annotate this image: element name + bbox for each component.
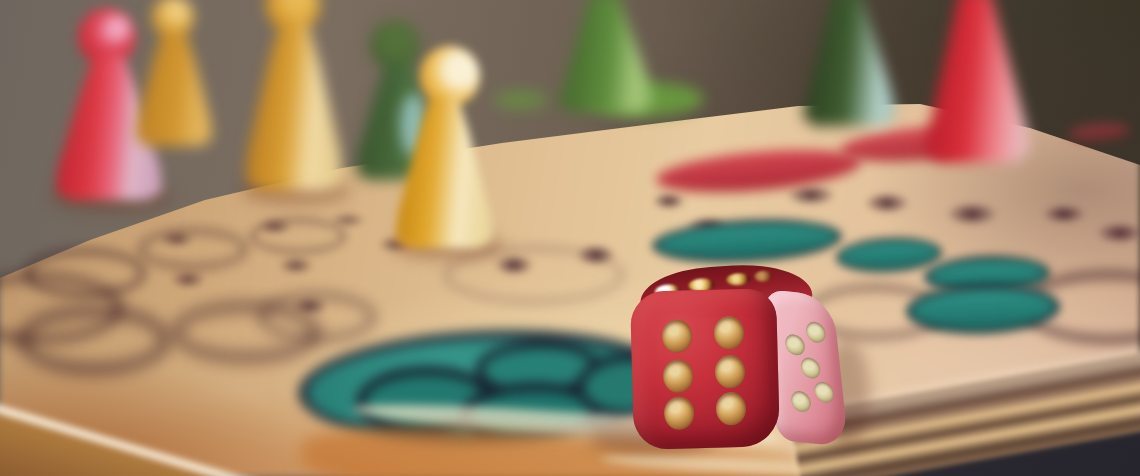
die-pip — [784, 333, 806, 356]
board-space-blob — [278, 256, 314, 275]
die-pip — [800, 357, 822, 380]
pawn-body — [396, 96, 492, 248]
pawn-yellow-back-left[interactable] — [136, 0, 212, 146]
board-space-blob — [160, 230, 194, 248]
die-pip — [664, 396, 695, 430]
board-space-ring — [18, 306, 170, 374]
pawn-body — [558, 0, 654, 112]
pawn-yellow-mid[interactable] — [246, 0, 342, 190]
die-pip — [715, 355, 746, 389]
photo-scene — [0, 0, 1140, 476]
die-pip-glint — [754, 270, 773, 282]
pawn-yellow-front[interactable] — [396, 46, 492, 248]
pawn-body — [924, 0, 1030, 162]
board-space-ring — [138, 228, 248, 270]
board-space-blob — [864, 192, 910, 214]
board-space-blob — [786, 184, 836, 206]
board-space-blob — [1096, 222, 1140, 244]
pawn-green-right[interactable] — [802, 0, 896, 126]
pawn-red-right[interactable] — [924, 0, 1030, 162]
board-space-blob — [494, 254, 534, 276]
pawn-green-center[interactable] — [558, 0, 654, 112]
die-pip — [805, 321, 827, 344]
board-space-blob — [1042, 204, 1086, 224]
board-space-blob — [576, 244, 616, 266]
board-space-blob — [946, 202, 998, 226]
die-pip — [716, 392, 747, 426]
pawn-highlight — [106, 16, 130, 40]
board-space-blob — [258, 218, 292, 235]
die-pip-glint — [726, 273, 751, 286]
green-start-patch — [494, 90, 548, 110]
pawn-body — [246, 22, 342, 190]
die-pip — [662, 319, 693, 353]
die-pip — [714, 316, 745, 350]
pawn-body — [136, 30, 212, 146]
die-pip — [813, 381, 835, 404]
board-space-ring — [24, 248, 146, 298]
board-space-blob — [170, 270, 206, 289]
die-front-face — [630, 288, 780, 450]
board-space-blob — [330, 212, 366, 228]
die-pip — [663, 359, 694, 393]
die-pip — [790, 390, 812, 413]
die[interactable] — [622, 258, 850, 458]
board-space-blob — [292, 296, 328, 316]
pawn-body — [802, 0, 896, 126]
board-space-blob — [652, 192, 686, 210]
